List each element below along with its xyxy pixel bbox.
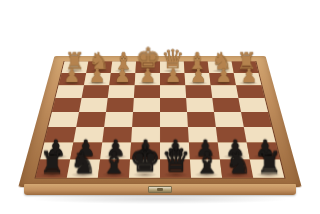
square-b3[interactable] — [211, 85, 239, 98]
black-bishop[interactable]: ♝ — [100, 147, 127, 177]
square-e8[interactable]: ♚ — [129, 160, 160, 178]
white-pawn[interactable]: ♟ — [215, 66, 232, 85]
square-a4[interactable] — [238, 98, 268, 112]
white-pawn[interactable]: ♟ — [240, 66, 257, 85]
square-f3[interactable] — [108, 85, 135, 98]
black-rook[interactable]: ♜ — [256, 148, 282, 177]
square-g2[interactable]: ♟ — [84, 73, 111, 85]
square-g8[interactable]: ♞ — [67, 160, 100, 178]
board-grid: ♜♞♝♚♛♝♞♜♟♟♟♟♟♟♟♟♟♟♟♟♟♟♟♟♜♞♝♚♛♝♞♜ — [34, 61, 285, 179]
square-h2[interactable]: ♟ — [59, 73, 87, 85]
square-e2[interactable]: ♟ — [135, 73, 160, 85]
white-pawn[interactable]: ♟ — [114, 66, 131, 85]
square-f8[interactable]: ♝ — [98, 160, 130, 178]
black-bishop[interactable]: ♝ — [193, 147, 220, 177]
square-d4[interactable] — [160, 98, 187, 112]
square-g3[interactable] — [82, 85, 110, 98]
black-rook[interactable]: ♜ — [39, 148, 65, 177]
square-a5[interactable] — [241, 112, 272, 127]
black-knight[interactable]: ♞ — [69, 147, 96, 177]
square-g5[interactable] — [76, 112, 106, 127]
square-h8[interactable]: ♜ — [36, 160, 70, 178]
white-pawn[interactable]: ♟ — [139, 66, 156, 85]
square-a3[interactable] — [236, 85, 265, 98]
square-e5[interactable] — [132, 112, 160, 127]
brass-latch-icon — [148, 186, 172, 193]
square-g4[interactable] — [79, 98, 108, 112]
square-b4[interactable] — [212, 98, 241, 112]
white-pawn[interactable]: ♟ — [190, 66, 207, 85]
chessboard-frame: ♜♞♝♚♛♝♞♜♟♟♟♟♟♟♟♟♟♟♟♟♟♟♟♟♜♞♝♚♛♝♞♜ — [18, 56, 302, 187]
square-h3[interactable] — [55, 85, 84, 98]
white-pawn[interactable]: ♟ — [88, 66, 105, 85]
square-c3[interactable] — [185, 85, 212, 98]
square-h5[interactable] — [48, 112, 79, 127]
square-d3[interactable] — [160, 85, 186, 98]
square-h4[interactable] — [52, 98, 82, 112]
black-queen[interactable]: ♛ — [161, 144, 191, 177]
square-c4[interactable] — [186, 98, 214, 112]
square-e4[interactable] — [133, 98, 160, 112]
white-pawn[interactable]: ♟ — [63, 66, 80, 85]
square-d8[interactable]: ♛ — [160, 160, 191, 178]
square-a8[interactable]: ♜ — [250, 160, 284, 178]
chess-set-photo: ♜♞♝♚♛♝♞♜♟♟♟♟♟♟♟♟♟♟♟♟♟♟♟♟♜♞♝♚♛♝♞♜ — [0, 0, 320, 214]
black-knight[interactable]: ♞ — [224, 147, 251, 177]
black-king[interactable]: ♚ — [129, 142, 161, 178]
square-b5[interactable] — [214, 112, 244, 127]
drop-shadow — [30, 194, 290, 204]
square-d5[interactable] — [160, 112, 188, 127]
board-front-edge — [24, 184, 296, 195]
white-pawn[interactable]: ♟ — [164, 66, 181, 85]
square-b8[interactable]: ♞ — [220, 160, 253, 178]
square-a2[interactable]: ♟ — [234, 73, 262, 85]
square-f2[interactable]: ♟ — [109, 73, 135, 85]
square-d2[interactable]: ♟ — [160, 73, 185, 85]
square-f5[interactable] — [104, 112, 133, 127]
square-c5[interactable] — [187, 112, 216, 127]
square-f4[interactable] — [106, 98, 134, 112]
square-e3[interactable] — [134, 85, 160, 98]
square-c8[interactable]: ♝ — [190, 160, 222, 178]
square-c2[interactable]: ♟ — [185, 73, 211, 85]
square-b2[interactable]: ♟ — [209, 73, 236, 85]
